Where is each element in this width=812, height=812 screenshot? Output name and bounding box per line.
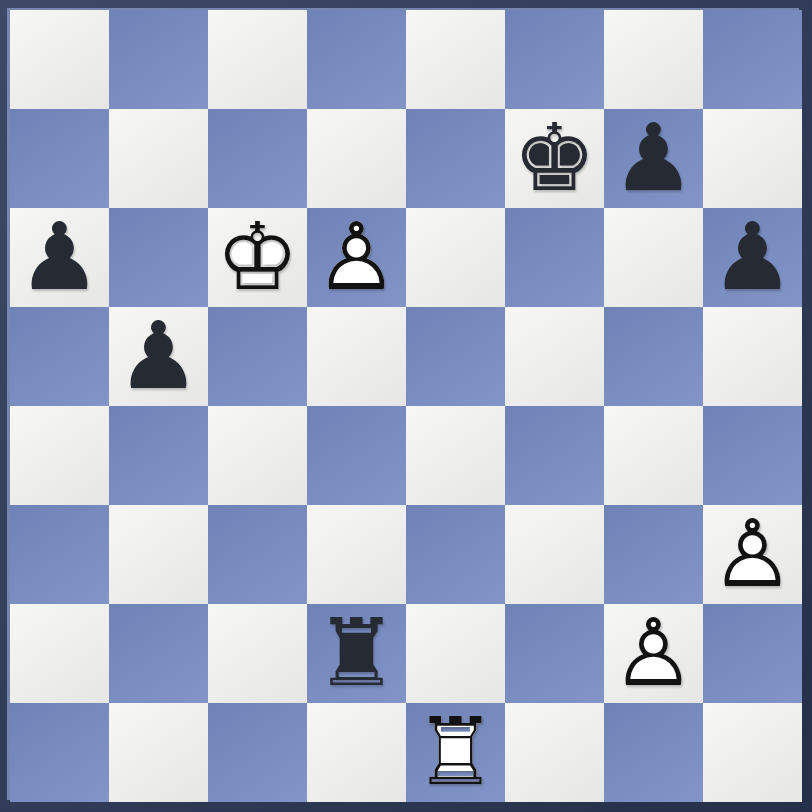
piece-fill-glyph: ♜ xyxy=(315,607,398,700)
square-g3[interactable] xyxy=(604,505,703,604)
white-pawn: ♟♙ xyxy=(307,208,406,307)
black-king: ♚ xyxy=(505,109,604,208)
square-c8[interactable] xyxy=(208,10,307,109)
white-pawn: ♟♙ xyxy=(604,604,703,703)
square-d7[interactable] xyxy=(307,109,406,208)
square-c3[interactable] xyxy=(208,505,307,604)
square-b6[interactable] xyxy=(109,208,208,307)
square-e7[interactable] xyxy=(406,109,505,208)
square-f2[interactable] xyxy=(505,604,604,703)
square-d1[interactable] xyxy=(307,703,406,802)
square-g2[interactable]: ♟♙ xyxy=(604,604,703,703)
square-e8[interactable] xyxy=(406,10,505,109)
square-d4[interactable] xyxy=(307,406,406,505)
board-frame: ♚♟♟♚♔♟♙♟♟♟♙♜♟♙♜♖ xyxy=(0,0,812,812)
square-g6[interactable] xyxy=(604,208,703,307)
piece-outline-glyph: ♔ xyxy=(216,211,299,304)
square-f8[interactable] xyxy=(505,10,604,109)
square-e1[interactable]: ♜♖ xyxy=(406,703,505,802)
square-b1[interactable] xyxy=(109,703,208,802)
square-d8[interactable] xyxy=(307,10,406,109)
square-b3[interactable] xyxy=(109,505,208,604)
piece-outline-glyph: ♙ xyxy=(711,508,794,601)
piece-fill-glyph: ♟ xyxy=(612,112,695,205)
piece-fill-glyph: ♟ xyxy=(18,211,101,304)
square-c7[interactable] xyxy=(208,109,307,208)
square-c5[interactable] xyxy=(208,307,307,406)
square-f7[interactable]: ♚ xyxy=(505,109,604,208)
square-h1[interactable] xyxy=(703,703,802,802)
black-pawn: ♟ xyxy=(109,307,208,406)
square-b8[interactable] xyxy=(109,10,208,109)
square-f5[interactable] xyxy=(505,307,604,406)
square-e6[interactable] xyxy=(406,208,505,307)
chess-board: ♚♟♟♚♔♟♙♟♟♟♙♜♟♙♜♖ xyxy=(10,10,802,802)
square-g8[interactable] xyxy=(604,10,703,109)
piece-fill-glyph: ♟ xyxy=(117,310,200,403)
square-a1[interactable] xyxy=(10,703,109,802)
square-f4[interactable] xyxy=(505,406,604,505)
square-a2[interactable] xyxy=(10,604,109,703)
square-h7[interactable] xyxy=(703,109,802,208)
square-d3[interactable] xyxy=(307,505,406,604)
square-a5[interactable] xyxy=(10,307,109,406)
white-pawn: ♟♙ xyxy=(703,505,802,604)
square-a6[interactable]: ♟ xyxy=(10,208,109,307)
square-d2[interactable]: ♜ xyxy=(307,604,406,703)
square-f6[interactable] xyxy=(505,208,604,307)
square-f3[interactable] xyxy=(505,505,604,604)
square-c6[interactable]: ♚♔ xyxy=(208,208,307,307)
black-pawn: ♟ xyxy=(703,208,802,307)
square-h8[interactable] xyxy=(703,10,802,109)
square-c4[interactable] xyxy=(208,406,307,505)
white-rook: ♜♖ xyxy=(406,703,505,802)
square-c2[interactable] xyxy=(208,604,307,703)
piece-outline-glyph: ♖ xyxy=(414,706,497,799)
square-h4[interactable] xyxy=(703,406,802,505)
square-g4[interactable] xyxy=(604,406,703,505)
square-a8[interactable] xyxy=(10,10,109,109)
square-a3[interactable] xyxy=(10,505,109,604)
square-h3[interactable]: ♟♙ xyxy=(703,505,802,604)
square-a4[interactable] xyxy=(10,406,109,505)
square-a7[interactable] xyxy=(10,109,109,208)
black-rook: ♜ xyxy=(307,604,406,703)
square-b5[interactable]: ♟ xyxy=(109,307,208,406)
square-b2[interactable] xyxy=(109,604,208,703)
square-e3[interactable] xyxy=(406,505,505,604)
square-e5[interactable] xyxy=(406,307,505,406)
black-pawn: ♟ xyxy=(10,208,109,307)
square-b7[interactable] xyxy=(109,109,208,208)
square-h6[interactable]: ♟ xyxy=(703,208,802,307)
white-king: ♚♔ xyxy=(208,208,307,307)
square-e4[interactable] xyxy=(406,406,505,505)
piece-fill-glyph: ♟ xyxy=(711,211,794,304)
square-c1[interactable] xyxy=(208,703,307,802)
piece-outline-glyph: ♙ xyxy=(612,607,695,700)
square-h2[interactable] xyxy=(703,604,802,703)
square-e2[interactable] xyxy=(406,604,505,703)
piece-outline-glyph: ♙ xyxy=(315,211,398,304)
square-f1[interactable] xyxy=(505,703,604,802)
square-b4[interactable] xyxy=(109,406,208,505)
square-d5[interactable] xyxy=(307,307,406,406)
square-g1[interactable] xyxy=(604,703,703,802)
square-g5[interactable] xyxy=(604,307,703,406)
piece-fill-glyph: ♚ xyxy=(513,112,596,205)
square-h5[interactable] xyxy=(703,307,802,406)
black-pawn: ♟ xyxy=(604,109,703,208)
square-d6[interactable]: ♟♙ xyxy=(307,208,406,307)
square-g7[interactable]: ♟ xyxy=(604,109,703,208)
